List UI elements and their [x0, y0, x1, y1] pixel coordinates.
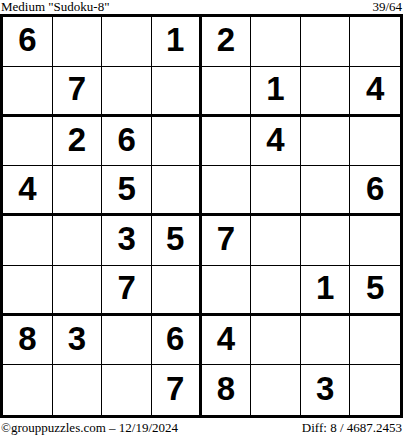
cell-r1c4[interactable]: 1: [152, 17, 202, 67]
cell-r8c6[interactable]: [251, 365, 301, 415]
cell-r8c1[interactable]: [3, 365, 53, 415]
cell-r7c6[interactable]: [251, 316, 301, 366]
cell-r8c8[interactable]: [350, 365, 400, 415]
cell-r2c5[interactable]: [202, 67, 252, 117]
header: Medium "Sudoku-8" 39/64: [0, 0, 403, 14]
cell-r8c5[interactable]: 8: [202, 365, 252, 415]
cell-r3c3[interactable]: 6: [102, 117, 152, 167]
cell-r3c7[interactable]: [301, 117, 351, 167]
cell-r7c4[interactable]: 6: [152, 316, 202, 366]
cell-r8c4[interactable]: 7: [152, 365, 202, 415]
cell-r3c8[interactable]: [350, 117, 400, 167]
cell-r2c6[interactable]: 1: [251, 67, 301, 117]
cell-r5c5[interactable]: 7: [202, 216, 252, 266]
cell-r2c2[interactable]: 7: [53, 67, 103, 117]
cell-r1c5[interactable]: 2: [202, 17, 252, 67]
cell-r4c8[interactable]: 6: [350, 166, 400, 216]
cell-r5c2[interactable]: [53, 216, 103, 266]
cell-r3c1[interactable]: [3, 117, 53, 167]
cell-r4c6[interactable]: [251, 166, 301, 216]
sudoku-board: 6127142644563577158364783: [0, 14, 403, 418]
cell-r6c3[interactable]: 7: [102, 266, 152, 316]
cell-r2c1[interactable]: [3, 67, 53, 117]
cell-r4c4[interactable]: [152, 166, 202, 216]
cell-r7c8[interactable]: [350, 316, 400, 366]
cell-r2c3[interactable]: [102, 67, 152, 117]
cell-r4c3[interactable]: 5: [102, 166, 152, 216]
cell-r6c8[interactable]: 5: [350, 266, 400, 316]
cell-r5c3[interactable]: 3: [102, 216, 152, 266]
cell-r1c2[interactable]: [53, 17, 103, 67]
cell-r6c2[interactable]: [53, 266, 103, 316]
cell-r6c4[interactable]: [152, 266, 202, 316]
cell-r7c2[interactable]: 3: [53, 316, 103, 366]
cell-r7c7[interactable]: [301, 316, 351, 366]
cell-r8c2[interactable]: [53, 365, 103, 415]
cell-r3c6[interactable]: 4: [251, 117, 301, 167]
cell-r8c3[interactable]: [102, 365, 152, 415]
cell-r1c8[interactable]: [350, 17, 400, 67]
puzzle-title: Medium "Sudoku-8": [1, 0, 109, 14]
cell-r1c3[interactable]: [102, 17, 152, 67]
cell-r5c7[interactable]: [301, 216, 351, 266]
cell-r1c7[interactable]: [301, 17, 351, 67]
cell-r1c6[interactable]: [251, 17, 301, 67]
cell-r3c5[interactable]: [202, 117, 252, 167]
cell-r3c2[interactable]: 2: [53, 117, 103, 167]
sudoku-page: Medium "Sudoku-8" 39/64 6127142644563577…: [0, 0, 403, 437]
cell-r5c8[interactable]: [350, 216, 400, 266]
footer: ©grouppuzzles.com – 12/19/2024 Diff: 8 /…: [0, 418, 403, 437]
cell-r6c1[interactable]: [3, 266, 53, 316]
cell-r4c5[interactable]: [202, 166, 252, 216]
cell-r7c3[interactable]: [102, 316, 152, 366]
cell-r2c7[interactable]: [301, 67, 351, 117]
cell-r5c1[interactable]: [3, 216, 53, 266]
cell-r7c1[interactable]: 8: [3, 316, 53, 366]
cell-r4c1[interactable]: 4: [3, 166, 53, 216]
cell-r1c1[interactable]: 6: [3, 17, 53, 67]
cell-r5c6[interactable]: [251, 216, 301, 266]
cell-r4c7[interactable]: [301, 166, 351, 216]
cell-r5c4[interactable]: 5: [152, 216, 202, 266]
copyright-credit: ©grouppuzzles.com – 12/19/2024: [1, 420, 178, 435]
difficulty-label: Diff: 8 / 4687.2453: [302, 420, 402, 435]
cell-r2c8[interactable]: 4: [350, 67, 400, 117]
cell-r6c5[interactable]: [202, 266, 252, 316]
cell-r2c4[interactable]: [152, 67, 202, 117]
cell-r4c2[interactable]: [53, 166, 103, 216]
cell-r6c6[interactable]: [251, 266, 301, 316]
cell-r3c4[interactable]: [152, 117, 202, 167]
cell-r8c7[interactable]: 3: [301, 365, 351, 415]
cell-r7c5[interactable]: 4: [202, 316, 252, 366]
empty-cells-counter: 39/64: [372, 0, 402, 14]
cell-r6c7[interactable]: 1: [301, 266, 351, 316]
